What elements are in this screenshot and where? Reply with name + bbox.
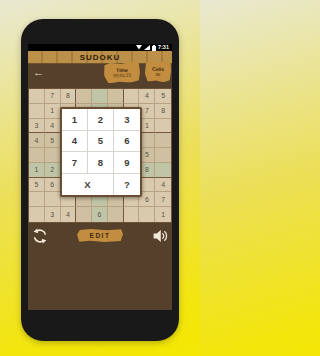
board-cell-r6c1[interactable]: 1: [29, 163, 45, 178]
picker-digit-8[interactable]: 8: [88, 152, 114, 174]
board-cell-r8c9[interactable]: 7: [155, 192, 171, 207]
cells-value: 36: [155, 72, 160, 78]
picker-digit-3[interactable]: 3: [114, 109, 140, 131]
board-cell-r8c2[interactable]: [45, 192, 61, 207]
number-picker: 123456789X?: [60, 107, 142, 197]
board-cell-r9c2[interactable]: 3: [45, 207, 61, 222]
board-cell-r1c5[interactable]: [92, 89, 108, 104]
board-cell-r1c3[interactable]: 8: [61, 89, 77, 104]
board-cell-r5c2[interactable]: [45, 148, 61, 163]
bottom-controls: EDIT: [28, 227, 172, 247]
board-cell-r2c9[interactable]: 8: [155, 104, 171, 119]
board-cell-r6c9[interactable]: [155, 163, 171, 178]
board-cell-r7c2[interactable]: 6: [45, 178, 61, 193]
board-cell-r3c2[interactable]: 4: [45, 119, 61, 134]
board-cell-r4c2[interactable]: 5: [45, 133, 61, 148]
board-cell-r1c7[interactable]: [124, 89, 140, 104]
board-cell-r9c9[interactable]: 1: [155, 207, 171, 222]
back-icon[interactable]: ←: [33, 67, 44, 78]
board-cell-r6c2[interactable]: 2: [45, 163, 61, 178]
picker-hint-button[interactable]: ?: [114, 174, 140, 196]
speaker-icon[interactable]: [152, 228, 168, 244]
picker-digit-7[interactable]: 7: [62, 152, 88, 174]
picker-clear-button[interactable]: X: [62, 174, 114, 196]
board-cell-r9c5[interactable]: 6: [92, 207, 108, 222]
picker-digit-2[interactable]: 2: [88, 109, 114, 131]
picker-digit-6[interactable]: 6: [114, 131, 140, 153]
board-cell-r2c2[interactable]: 1: [45, 104, 61, 119]
status-time: 7:31: [158, 45, 169, 51]
board-cell-r2c1[interactable]: [29, 104, 45, 119]
status-bar: 7:31: [28, 44, 172, 51]
board-cell-r3c1[interactable]: 3: [29, 119, 45, 134]
page-title: SUDOKU: [80, 53, 121, 62]
board-cell-r9c6[interactable]: [108, 207, 124, 222]
wifi-icon: [136, 45, 142, 50]
board-cell-r4c1[interactable]: 4: [29, 133, 45, 148]
edit-label: EDIT: [90, 232, 111, 239]
board-cell-r5c9[interactable]: [155, 148, 171, 163]
board-cell-r9c3[interactable]: 4: [61, 207, 77, 222]
picker-digit-9[interactable]: 9: [114, 152, 140, 174]
header: ← Time 05:01:23 Cells 36: [28, 64, 172, 88]
signal-icon: [144, 45, 150, 50]
board-cell-r9c4[interactable]: [76, 207, 92, 222]
edit-button[interactable]: EDIT: [77, 229, 123, 242]
cells-badge: Cells 36: [145, 61, 172, 83]
board-cell-r1c2[interactable]: 7: [45, 89, 61, 104]
phone-frame: 7:31 SUDOKU ← Time 05:01:23 Cells 36 784…: [21, 19, 179, 341]
picker-digit-5[interactable]: 5: [88, 131, 114, 153]
board-cell-r1c8[interactable]: 4: [139, 89, 155, 104]
time-value: 05:01:23: [113, 73, 131, 79]
board-cell-r5c1[interactable]: [29, 148, 45, 163]
board-cell-r3c9[interactable]: [155, 119, 171, 134]
board-cell-r9c8[interactable]: [139, 207, 155, 222]
picker-digit-4[interactable]: 4: [62, 131, 88, 153]
board-cell-r1c1[interactable]: [29, 89, 45, 104]
battery-icon: [152, 45, 156, 51]
screen: 7:31 SUDOKU ← Time 05:01:23 Cells 36 784…: [28, 44, 172, 310]
refresh-icon[interactable]: [32, 228, 48, 244]
board-cell-r7c1[interactable]: 5: [29, 178, 45, 193]
board-cell-r9c7[interactable]: [124, 207, 140, 222]
board-cell-r8c1[interactable]: [29, 192, 45, 207]
board-cell-r4c9[interactable]: [155, 133, 171, 148]
board-cell-r1c4[interactable]: [76, 89, 92, 104]
board-cell-r1c9[interactable]: 5: [155, 89, 171, 104]
time-badge: Time 05:01:23: [104, 61, 141, 83]
picker-digit-1[interactable]: 1: [62, 109, 88, 131]
board-cell-r7c9[interactable]: 4: [155, 178, 171, 193]
board-cell-r9c1[interactable]: [29, 207, 45, 222]
board-cell-r1c6[interactable]: [108, 89, 124, 104]
